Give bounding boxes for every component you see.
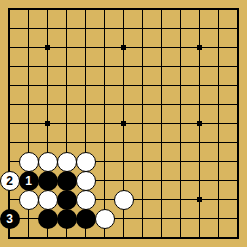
star-point [38, 114, 57, 133]
board-intersection [95, 209, 114, 228]
star-point-dot [197, 121, 202, 126]
board-intersection: 3 [0, 209, 19, 228]
board-intersection: 2 [0, 171, 19, 190]
white-stone[interactable] [38, 152, 58, 172]
star-point-dot [197, 45, 202, 50]
black-stone[interactable] [76, 209, 96, 229]
white-stone[interactable] [76, 171, 96, 191]
white-stone[interactable] [76, 190, 96, 210]
star-point-dot [45, 121, 50, 126]
board-intersection [57, 171, 76, 190]
board-grid: 213 [0, 0, 247, 247]
black-stone[interactable] [57, 190, 77, 210]
board-intersection: 1 [19, 171, 38, 190]
board-intersection [38, 171, 57, 190]
board-intersection [38, 190, 57, 209]
white-stone[interactable] [19, 190, 39, 210]
board-intersection [76, 209, 95, 228]
board-intersection [76, 152, 95, 171]
black-stone[interactable] [57, 171, 77, 191]
black-stone[interactable]: 3 [0, 209, 20, 229]
board-intersection [76, 171, 95, 190]
star-point [190, 114, 209, 133]
white-stone[interactable] [38, 190, 58, 210]
board-intersection [57, 190, 76, 209]
board-intersection [57, 152, 76, 171]
white-stone[interactable] [95, 209, 115, 229]
stone-label: 3 [6, 213, 13, 225]
black-stone[interactable] [38, 209, 58, 229]
board-intersection [38, 209, 57, 228]
white-stone[interactable]: 2 [0, 171, 20, 191]
black-stone[interactable] [57, 209, 77, 229]
black-stone[interactable]: 1 [19, 171, 39, 191]
star-point-dot [197, 197, 202, 202]
star-point-dot [121, 121, 126, 126]
stone-label: 2 [6, 175, 13, 187]
white-stone[interactable] [57, 152, 77, 172]
board-intersection [19, 152, 38, 171]
stone-label: 1 [25, 175, 32, 187]
star-point-dot [121, 45, 126, 50]
star-point [114, 38, 133, 57]
board-intersection [76, 190, 95, 209]
go-board[interactable]: 213 [0, 0, 247, 247]
white-stone[interactable] [19, 152, 39, 172]
star-point [38, 38, 57, 57]
white-stone[interactable] [76, 152, 96, 172]
black-stone[interactable] [38, 171, 58, 191]
star-point [190, 38, 209, 57]
board-intersection [19, 190, 38, 209]
board-intersection [57, 209, 76, 228]
white-stone[interactable] [114, 190, 134, 210]
star-point-dot [45, 45, 50, 50]
star-point [190, 190, 209, 209]
star-point [114, 114, 133, 133]
board-intersection [114, 190, 133, 209]
board-intersection [38, 152, 57, 171]
